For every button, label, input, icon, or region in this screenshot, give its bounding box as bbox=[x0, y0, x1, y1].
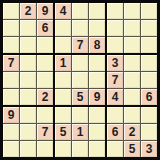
cell-r6c8-empty[interactable] bbox=[124, 89, 140, 105]
cell-r1c5-empty[interactable] bbox=[72, 3, 88, 19]
box-1-1: 296 bbox=[3, 3, 53, 53]
box-2-1: 72 bbox=[3, 55, 53, 105]
cell-r9c2-empty[interactable] bbox=[20, 141, 36, 157]
cell-r2c1-empty[interactable] bbox=[3, 20, 19, 36]
cell-r3c4-empty[interactable] bbox=[55, 37, 71, 53]
cell-r2c7-empty[interactable] bbox=[107, 20, 123, 36]
cell-r1c2-given: 2 bbox=[20, 3, 36, 19]
cell-r2c8-empty[interactable] bbox=[124, 20, 140, 36]
cell-r5c2-empty[interactable] bbox=[20, 72, 36, 88]
box-3-1: 97 bbox=[3, 107, 53, 157]
cell-r9c3-empty[interactable] bbox=[37, 141, 53, 157]
cell-r9c5-empty[interactable] bbox=[72, 141, 88, 157]
cell-r7c5-empty[interactable] bbox=[72, 107, 88, 123]
cell-r7c4-empty[interactable] bbox=[55, 107, 71, 123]
cell-r3c1-empty[interactable] bbox=[3, 37, 19, 53]
cell-r4c6-empty[interactable] bbox=[89, 55, 105, 71]
cell-r2c6-empty[interactable] bbox=[89, 20, 105, 36]
box-2-2: 159 bbox=[55, 55, 105, 105]
cell-r6c2-empty[interactable] bbox=[20, 89, 36, 105]
cell-r8c8-given: 2 bbox=[124, 124, 140, 140]
cell-r1c3-given: 9 bbox=[37, 3, 53, 19]
cell-r4c3-empty[interactable] bbox=[37, 55, 53, 71]
cell-r5c6-empty[interactable] bbox=[89, 72, 105, 88]
cell-r8c2-empty[interactable] bbox=[20, 124, 36, 140]
cell-r9c7-empty[interactable] bbox=[107, 141, 123, 157]
cell-r1c9-empty[interactable] bbox=[141, 3, 157, 19]
cell-r8c7-given: 6 bbox=[107, 124, 123, 140]
cell-r9c8-given: 5 bbox=[124, 141, 140, 157]
cell-r5c8-empty[interactable] bbox=[124, 72, 140, 88]
cell-r7c7-empty[interactable] bbox=[107, 107, 123, 123]
cell-r2c9-empty[interactable] bbox=[141, 20, 157, 36]
cell-r7c1-given: 9 bbox=[3, 107, 19, 123]
cell-r1c4-given: 4 bbox=[55, 3, 71, 19]
cell-r9c6-empty[interactable] bbox=[89, 141, 105, 157]
cell-r4c2-empty[interactable] bbox=[20, 55, 36, 71]
cell-r5c5-empty[interactable] bbox=[72, 72, 88, 88]
cell-r3c8-empty[interactable] bbox=[124, 37, 140, 53]
cell-r7c6-empty[interactable] bbox=[89, 107, 105, 123]
cell-r7c2-empty[interactable] bbox=[20, 107, 36, 123]
cell-r5c1-empty[interactable] bbox=[3, 72, 19, 88]
cell-r6c6-given: 9 bbox=[89, 89, 105, 105]
cell-r8c6-empty[interactable] bbox=[89, 124, 105, 140]
cell-r9c1-empty[interactable] bbox=[3, 141, 19, 157]
cell-r1c8-empty[interactable] bbox=[124, 3, 140, 19]
box-3-2: 51 bbox=[55, 107, 105, 157]
box-2-3: 3746 bbox=[107, 55, 157, 105]
cell-r6c1-empty[interactable] bbox=[3, 89, 19, 105]
cell-r6c3-given: 2 bbox=[37, 89, 53, 105]
cell-r5c4-empty[interactable] bbox=[55, 72, 71, 88]
cell-r6c4-empty[interactable] bbox=[55, 89, 71, 105]
cell-r6c9-given: 6 bbox=[141, 89, 157, 105]
cell-r4c8-empty[interactable] bbox=[124, 55, 140, 71]
cell-r3c5-given: 7 bbox=[72, 37, 88, 53]
cell-r4c9-empty[interactable] bbox=[141, 55, 157, 71]
cell-r3c7-empty[interactable] bbox=[107, 37, 123, 53]
cell-r2c2-empty[interactable] bbox=[20, 20, 36, 36]
cell-r8c4-given: 5 bbox=[55, 124, 71, 140]
cell-r4c7-given: 3 bbox=[107, 55, 123, 71]
cell-r8c9-empty[interactable] bbox=[141, 124, 157, 140]
cell-r1c1-empty[interactable] bbox=[3, 3, 19, 19]
cell-r7c9-empty[interactable] bbox=[141, 107, 157, 123]
box-1-2: 478 bbox=[55, 3, 105, 53]
cell-r5c7-given: 7 bbox=[107, 72, 123, 88]
box-3-3: 6253 bbox=[107, 107, 157, 157]
cell-r6c7-given: 4 bbox=[107, 89, 123, 105]
cell-r8c1-empty[interactable] bbox=[3, 124, 19, 140]
cell-r3c6-given: 8 bbox=[89, 37, 105, 53]
cell-r9c9-given: 3 bbox=[141, 141, 157, 157]
cell-r1c6-empty[interactable] bbox=[89, 3, 105, 19]
cell-r3c2-empty[interactable] bbox=[20, 37, 36, 53]
cell-r3c9-empty[interactable] bbox=[141, 37, 157, 53]
cell-r9c4-empty[interactable] bbox=[55, 141, 71, 157]
cell-r5c9-empty[interactable] bbox=[141, 72, 157, 88]
cell-r4c4-given: 1 bbox=[55, 55, 71, 71]
cell-r4c5-empty[interactable] bbox=[72, 55, 88, 71]
cell-r7c3-empty[interactable] bbox=[37, 107, 53, 123]
cell-r8c3-given: 7 bbox=[37, 124, 53, 140]
sudoku-board: 29647872159374697516253 bbox=[0, 0, 160, 160]
box-1-3 bbox=[107, 3, 157, 53]
cell-r5c3-empty[interactable] bbox=[37, 72, 53, 88]
cell-r2c5-empty[interactable] bbox=[72, 20, 88, 36]
cell-r2c3-given: 6 bbox=[37, 20, 53, 36]
cell-r8c5-given: 1 bbox=[72, 124, 88, 140]
cell-r4c1-given: 7 bbox=[3, 55, 19, 71]
cell-r1c7-empty[interactable] bbox=[107, 3, 123, 19]
cell-r2c4-empty[interactable] bbox=[55, 20, 71, 36]
cell-r6c5-given: 5 bbox=[72, 89, 88, 105]
cell-r3c3-empty[interactable] bbox=[37, 37, 53, 53]
cell-r7c8-empty[interactable] bbox=[124, 107, 140, 123]
